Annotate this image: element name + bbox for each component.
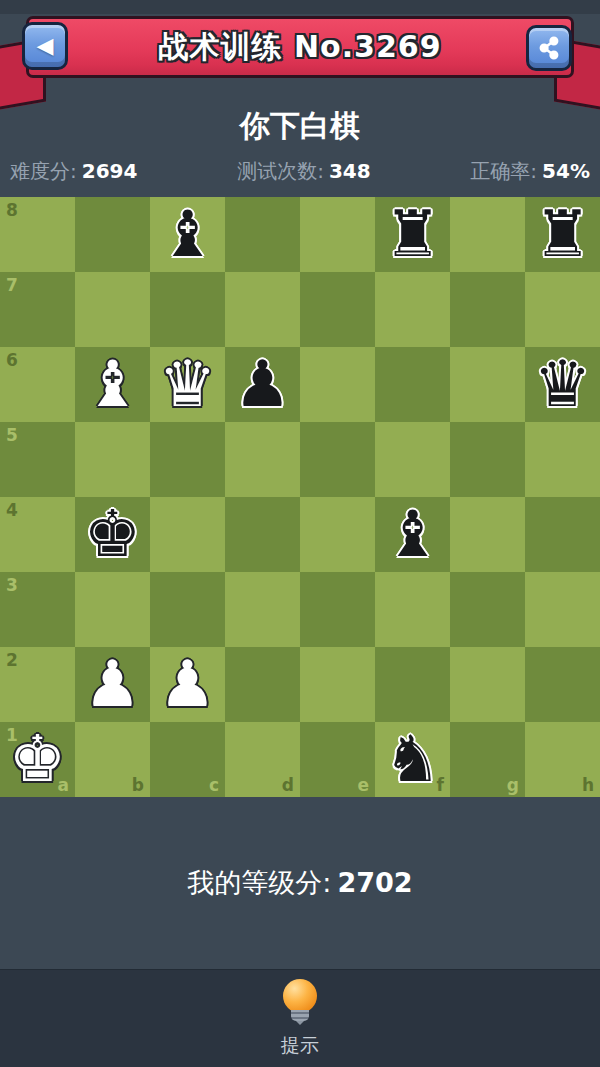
hint-label: 提示	[281, 1033, 319, 1059]
stat-attempts-value: 348	[329, 159, 371, 183]
square-c2[interactable]: ♟	[150, 647, 225, 722]
square-f5[interactable]	[375, 422, 450, 497]
file-label-h: h	[582, 775, 594, 795]
piece-white-queen[interactable]: ♛	[150, 347, 225, 422]
square-a3[interactable]: 3	[0, 572, 75, 647]
square-e3[interactable]	[300, 572, 375, 647]
square-g3[interactable]	[450, 572, 525, 647]
rank-label-4: 4	[6, 500, 18, 520]
square-f6[interactable]	[375, 347, 450, 422]
square-b3[interactable]	[75, 572, 150, 647]
rank-label-3: 3	[6, 575, 18, 595]
rank-label-8: 8	[6, 200, 18, 220]
file-label-e: e	[357, 775, 369, 795]
square-f7[interactable]	[375, 272, 450, 347]
piece-black-bishop[interactable]: ♝	[375, 497, 450, 572]
piece-white-pawn[interactable]: ♟	[75, 647, 150, 722]
file-label-c: c	[209, 775, 219, 795]
stat-accuracy: 正确率:54%	[470, 158, 590, 185]
piece-white-king[interactable]: ♚	[0, 722, 75, 797]
square-c1[interactable]: c	[150, 722, 225, 797]
status-bar-strip	[0, 0, 600, 14]
square-f2[interactable]	[375, 647, 450, 722]
square-e4[interactable]	[300, 497, 375, 572]
stat-attempts: 测试次数:348	[237, 158, 371, 185]
square-e7[interactable]	[300, 272, 375, 347]
square-c4[interactable]	[150, 497, 225, 572]
square-a8[interactable]: 8	[0, 197, 75, 272]
square-c8[interactable]: ♝	[150, 197, 225, 272]
square-f8[interactable]: ♜	[375, 197, 450, 272]
stat-difficulty-label: 难度分:	[10, 159, 77, 183]
square-g6[interactable]	[450, 347, 525, 422]
square-b1[interactable]: b	[75, 722, 150, 797]
square-h3[interactable]	[525, 572, 600, 647]
square-e5[interactable]	[300, 422, 375, 497]
rank-label-2: 2	[6, 650, 18, 670]
square-h8[interactable]: ♜	[525, 197, 600, 272]
rating-panel: 我的等级分:2702	[0, 797, 600, 969]
square-g7[interactable]	[450, 272, 525, 347]
square-a4[interactable]: 4	[0, 497, 75, 572]
chess-board: 8♝♜♜76♝♛♟♛54♚♝32♟♟1a♚bcdef♞gh	[0, 197, 600, 797]
piece-white-bishop[interactable]: ♝	[75, 347, 150, 422]
piece-black-knight[interactable]: ♞	[375, 722, 450, 797]
square-a5[interactable]: 5	[0, 422, 75, 497]
square-g4[interactable]	[450, 497, 525, 572]
square-d2[interactable]	[225, 647, 300, 722]
rank-label-7: 7	[6, 275, 18, 295]
square-c6[interactable]: ♛	[150, 347, 225, 422]
square-g5[interactable]	[450, 422, 525, 497]
square-b8[interactable]	[75, 197, 150, 272]
square-f1[interactable]: f♞	[375, 722, 450, 797]
header-ribbon: 战术训练 No.3269	[26, 16, 574, 78]
stat-accuracy-label: 正确率:	[470, 159, 537, 183]
square-g8[interactable]	[450, 197, 525, 272]
stat-attempts-label: 测试次数:	[237, 159, 324, 183]
square-h7[interactable]	[525, 272, 600, 347]
square-a6[interactable]: 6	[0, 347, 75, 422]
piece-black-bishop[interactable]: ♝	[150, 197, 225, 272]
share-icon	[536, 35, 562, 61]
square-e2[interactable]	[300, 647, 375, 722]
square-b7[interactable]	[75, 272, 150, 347]
square-g2[interactable]	[450, 647, 525, 722]
square-d6[interactable]: ♟	[225, 347, 300, 422]
back-button[interactable]: ◀	[22, 22, 68, 70]
square-h6[interactable]: ♛	[525, 347, 600, 422]
square-b6[interactable]: ♝	[75, 347, 150, 422]
square-g1[interactable]: g	[450, 722, 525, 797]
piece-black-king[interactable]: ♚	[75, 497, 150, 572]
stat-accuracy-value: 54%	[542, 159, 590, 183]
lightbulb-icon	[283, 979, 317, 1025]
rank-label-6: 6	[6, 350, 18, 370]
stat-difficulty: 难度分:2694	[10, 158, 137, 185]
page-title: 战术训练 No.3269	[158, 27, 441, 68]
my-rating-label: 我的等级分:	[187, 867, 331, 898]
square-c7[interactable]	[150, 272, 225, 347]
piece-black-rook[interactable]: ♜	[525, 197, 600, 272]
square-h1[interactable]: h	[525, 722, 600, 797]
square-e6[interactable]	[300, 347, 375, 422]
stat-difficulty-value: 2694	[82, 159, 138, 183]
square-c3[interactable]	[150, 572, 225, 647]
rank-label-5: 5	[6, 425, 18, 445]
square-d4[interactable]	[225, 497, 300, 572]
square-c5[interactable]	[150, 422, 225, 497]
piece-white-pawn[interactable]: ♟	[150, 647, 225, 722]
square-b2[interactable]: ♟	[75, 647, 150, 722]
piece-black-queen[interactable]: ♛	[525, 347, 600, 422]
square-a7[interactable]: 7	[0, 272, 75, 347]
square-e1[interactable]: e	[300, 722, 375, 797]
square-d5[interactable]	[225, 422, 300, 497]
piece-black-rook[interactable]: ♜	[375, 197, 450, 272]
file-label-d: d	[282, 775, 294, 795]
my-rating-value: 2702	[337, 867, 412, 898]
square-d1[interactable]: d	[225, 722, 300, 797]
file-label-b: b	[132, 775, 144, 795]
hint-button[interactable]: 提示	[0, 969, 600, 1067]
square-a2[interactable]: 2	[0, 647, 75, 722]
square-h4[interactable]	[525, 497, 600, 572]
square-d3[interactable]	[225, 572, 300, 647]
square-d8[interactable]	[225, 197, 300, 272]
piece-black-pawn[interactable]: ♟	[225, 347, 300, 422]
square-f4[interactable]: ♝	[375, 497, 450, 572]
my-rating: 我的等级分:2702	[187, 865, 412, 901]
square-h2[interactable]	[525, 647, 600, 722]
square-d7[interactable]	[225, 272, 300, 347]
back-arrow-icon: ◀	[37, 35, 54, 57]
share-button[interactable]	[526, 25, 572, 71]
turn-indicator: 你下白棋	[0, 106, 600, 147]
stats-row: 难度分:2694 测试次数:348 正确率:54%	[0, 158, 600, 185]
square-a1[interactable]: 1a♚	[0, 722, 75, 797]
square-f3[interactable]	[375, 572, 450, 647]
square-h5[interactable]	[525, 422, 600, 497]
square-e8[interactable]	[300, 197, 375, 272]
file-label-g: g	[507, 775, 519, 795]
square-b4[interactable]: ♚	[75, 497, 150, 572]
square-b5[interactable]	[75, 422, 150, 497]
